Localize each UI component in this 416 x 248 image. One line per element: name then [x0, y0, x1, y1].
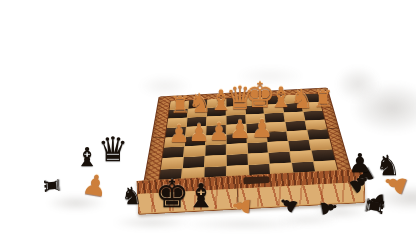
piece-layer: ♜♞♝♛♚♝♞♜♟♟♟♟♟♟♟♟♜♝♛♞♚♝♟♟♟♞♟♟♜♟: [40, 16, 416, 248]
tan-pawn-piece: ♟: [80, 170, 110, 202]
black-pawn-piece: ♟: [275, 191, 301, 217]
tan-rook-piece: ♜: [313, 88, 334, 111]
tan-pawn-piece: ♟: [229, 117, 251, 142]
tan-pawn-piece: ♟: [230, 195, 254, 217]
black-pawn-piece: ♟: [317, 197, 340, 218]
tan-pawn-piece: ♟: [208, 120, 230, 144]
tan-pawn-piece: ♟: [251, 116, 273, 141]
tan-bishop-piece: ♝: [208, 87, 233, 115]
black-bishop-piece: ♝: [186, 179, 216, 212]
tan-rook-piece: ♜: [170, 94, 191, 117]
tan-pawn-piece: ♟: [168, 122, 190, 146]
black-rook-piece: ♜: [41, 176, 62, 196]
black-bishop-piece: ♝: [75, 144, 98, 170]
black-king-piece: ♚: [155, 175, 189, 213]
black-knight-piece: ♞: [121, 184, 143, 208]
tan-knight-piece: ♞: [188, 90, 211, 116]
tan-pawn-piece: ♟: [188, 121, 210, 145]
tan-knight-piece: ♞: [290, 86, 313, 112]
black-rook-piece: ♜: [361, 194, 387, 218]
black-queen-piece: ♛: [98, 132, 128, 166]
chess-set-photo: Overhead-angle photo of a hand-carved wo…: [40, 16, 416, 248]
